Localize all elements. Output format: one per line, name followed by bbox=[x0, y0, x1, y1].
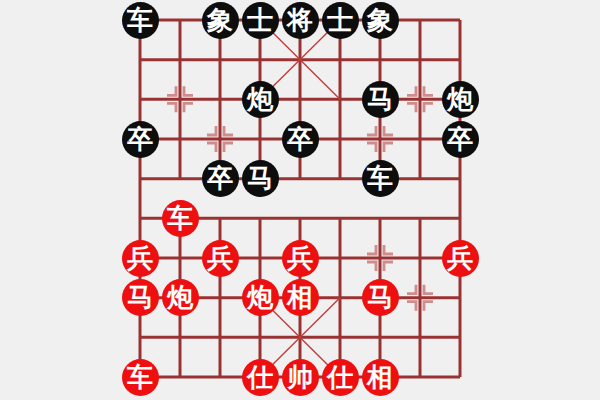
piece-red-soldier[interactable]: 兵 bbox=[282, 240, 319, 277]
piece-black-horse[interactable]: 马 bbox=[242, 160, 279, 197]
piece-red-advisor[interactable]: 仕 bbox=[322, 359, 359, 396]
piece-black-cannon[interactable]: 炮 bbox=[442, 81, 479, 118]
piece-black-soldier[interactable]: 卒 bbox=[282, 121, 319, 158]
piece-red-soldier[interactable]: 兵 bbox=[202, 240, 239, 277]
piece-red-advisor[interactable]: 仕 bbox=[242, 359, 279, 396]
piece-black-soldier[interactable]: 卒 bbox=[202, 160, 239, 197]
xiangqi-board-screenshot: 车象士将士象炮马炮卒卒卒卒马车车兵兵兵兵马炮炮相马车仕帅仕相 bbox=[0, 0, 600, 400]
piece-black-soldier[interactable]: 卒 bbox=[442, 121, 479, 158]
piece-black-chariot[interactable]: 车 bbox=[362, 160, 399, 197]
piece-red-cannon[interactable]: 炮 bbox=[162, 279, 199, 316]
piece-black-soldier[interactable]: 卒 bbox=[122, 121, 159, 158]
pieces-layer: 车象士将士象炮马炮卒卒卒卒马车车兵兵兵兵马炮炮相马车仕帅仕相 bbox=[0, 0, 600, 400]
piece-red-general[interactable]: 帅 bbox=[282, 359, 319, 396]
piece-black-elephant[interactable]: 象 bbox=[202, 2, 239, 39]
piece-black-general[interactable]: 将 bbox=[282, 2, 319, 39]
piece-black-advisor[interactable]: 士 bbox=[322, 2, 359, 39]
piece-black-horse[interactable]: 马 bbox=[362, 81, 399, 118]
piece-red-chariot[interactable]: 车 bbox=[162, 200, 199, 237]
piece-red-soldier[interactable]: 兵 bbox=[442, 240, 479, 277]
piece-black-chariot[interactable]: 车 bbox=[122, 2, 159, 39]
piece-black-elephant[interactable]: 象 bbox=[362, 2, 399, 39]
piece-red-elephant[interactable]: 相 bbox=[362, 359, 399, 396]
piece-red-elephant[interactable]: 相 bbox=[282, 279, 319, 316]
piece-black-advisor[interactable]: 士 bbox=[242, 2, 279, 39]
piece-red-chariot[interactable]: 车 bbox=[122, 359, 159, 396]
piece-red-cannon[interactable]: 炮 bbox=[242, 279, 279, 316]
piece-black-cannon[interactable]: 炮 bbox=[242, 81, 279, 118]
piece-red-horse[interactable]: 马 bbox=[122, 279, 159, 316]
piece-red-horse[interactable]: 马 bbox=[362, 279, 399, 316]
piece-red-soldier[interactable]: 兵 bbox=[122, 240, 159, 277]
